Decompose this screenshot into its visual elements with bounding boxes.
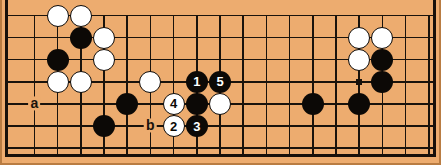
white-stone xyxy=(47,5,69,27)
black-stone xyxy=(116,93,138,115)
star-point-marker xyxy=(356,79,362,85)
grid-vline xyxy=(266,16,268,157)
grid-vline xyxy=(335,16,337,157)
white-stone xyxy=(348,27,370,49)
white-stone-move-2: 2 xyxy=(163,115,185,137)
grid-vline xyxy=(34,16,36,157)
black-stone-move-3: 3 xyxy=(186,115,208,137)
board-edge-shadow-bottom xyxy=(0,163,441,165)
black-stone xyxy=(47,49,69,71)
white-stone xyxy=(371,27,393,49)
black-stone xyxy=(371,71,393,93)
white-stone xyxy=(93,27,115,49)
grid-vline xyxy=(289,16,291,157)
point-label-b: b xyxy=(144,118,157,132)
white-stone xyxy=(139,71,161,93)
grid-vline xyxy=(405,16,407,157)
grid-vline xyxy=(312,16,314,157)
white-stone-move-4: 4 xyxy=(163,93,185,115)
grid-vline xyxy=(242,16,244,157)
point-label-a: a xyxy=(28,96,40,110)
black-stone xyxy=(348,93,370,115)
white-stone xyxy=(70,71,92,93)
black-stone xyxy=(302,93,324,115)
black-stone xyxy=(93,115,115,137)
black-stone-move-1: 1 xyxy=(186,71,208,93)
white-stone xyxy=(47,71,69,93)
black-stone xyxy=(186,93,208,115)
go-diagram: 15423ab xyxy=(0,0,441,165)
white-stone xyxy=(348,49,370,71)
grid-vline xyxy=(428,16,430,157)
board-frame-bottom xyxy=(5,154,436,157)
board-frame-left xyxy=(5,0,8,157)
white-stone xyxy=(93,49,115,71)
white-stone xyxy=(209,93,231,115)
white-stone xyxy=(70,5,92,27)
black-stone xyxy=(371,49,393,71)
board-frame-right xyxy=(433,0,436,157)
black-stone xyxy=(70,27,92,49)
black-stone-move-5: 5 xyxy=(209,71,231,93)
board-edge-shadow-left xyxy=(0,0,2,165)
grid-vline xyxy=(126,16,128,157)
